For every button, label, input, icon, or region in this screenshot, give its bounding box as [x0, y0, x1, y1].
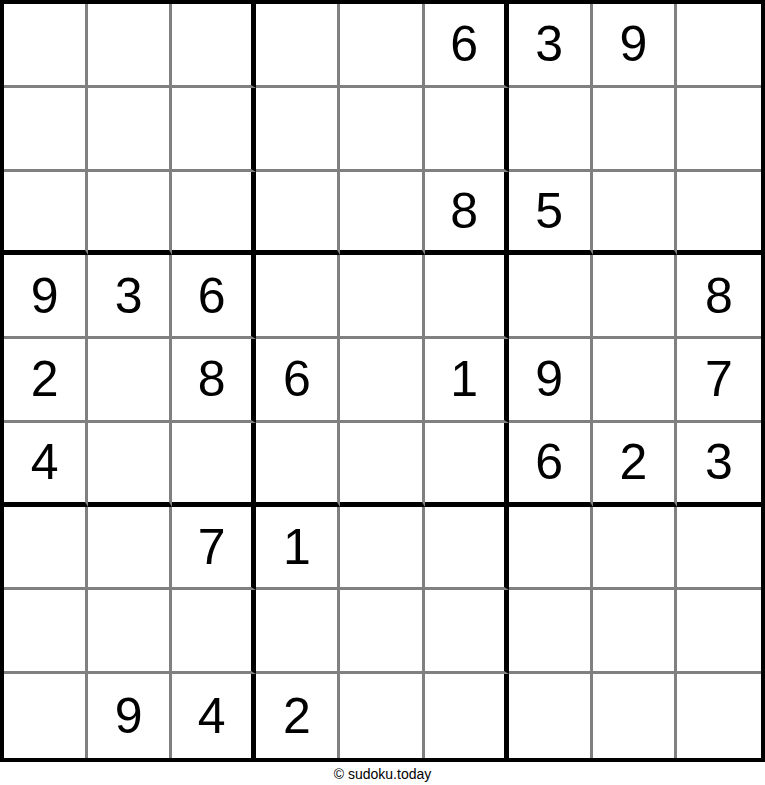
- cell-r5c8[interactable]: [593, 339, 677, 423]
- cell-r7c8[interactable]: [593, 507, 677, 591]
- copyright-text: © sudoku.today: [334, 766, 432, 782]
- cell-r1c5[interactable]: [340, 4, 424, 88]
- cell-r3c5[interactable]: [340, 172, 424, 256]
- cell-r3c4[interactable]: [256, 172, 340, 256]
- cell-r8c2[interactable]: [88, 590, 172, 674]
- footer: © sudoku.today: [0, 762, 765, 785]
- cell-r6c2[interactable]: [88, 423, 172, 507]
- cell-r8c4[interactable]: [256, 590, 340, 674]
- cell-r4c7[interactable]: [509, 255, 593, 339]
- cell-r7c9[interactable]: [677, 507, 761, 591]
- cell-r1c6[interactable]: 6: [425, 4, 509, 88]
- cell-r6c6[interactable]: [425, 423, 509, 507]
- cell-r3c7[interactable]: 5: [509, 172, 593, 256]
- cell-r7c6[interactable]: [425, 507, 509, 591]
- cell-r5c7[interactable]: 9: [509, 339, 593, 423]
- cell-r5c5[interactable]: [340, 339, 424, 423]
- cell-r1c7[interactable]: 3: [509, 4, 593, 88]
- cell-r8c1[interactable]: [4, 590, 88, 674]
- cell-r3c8[interactable]: [593, 172, 677, 256]
- cell-r3c1[interactable]: [4, 172, 88, 256]
- cell-r6c4[interactable]: [256, 423, 340, 507]
- cell-r9c6[interactable]: [425, 674, 509, 758]
- sudoku-page: 639859368286197462371942 © sudoku.today: [0, 0, 765, 785]
- cell-r2c6[interactable]: [425, 88, 509, 172]
- cell-r3c2[interactable]: [88, 172, 172, 256]
- cell-r5c4[interactable]: 6: [256, 339, 340, 423]
- cell-r6c9[interactable]: 3: [677, 423, 761, 507]
- cell-r2c1[interactable]: [4, 88, 88, 172]
- cell-r8c8[interactable]: [593, 590, 677, 674]
- cell-r7c5[interactable]: [340, 507, 424, 591]
- cell-r9c3[interactable]: 4: [172, 674, 256, 758]
- cell-r3c6[interactable]: 8: [425, 172, 509, 256]
- cell-r9c1[interactable]: [4, 674, 88, 758]
- cell-r4c3[interactable]: 6: [172, 255, 256, 339]
- cell-r6c5[interactable]: [340, 423, 424, 507]
- cell-r7c4[interactable]: 1: [256, 507, 340, 591]
- cell-r6c3[interactable]: [172, 423, 256, 507]
- cell-r1c2[interactable]: [88, 4, 172, 88]
- cell-r5c6[interactable]: 1: [425, 339, 509, 423]
- cell-r9c7[interactable]: [509, 674, 593, 758]
- cell-r7c1[interactable]: [4, 507, 88, 591]
- cell-r8c6[interactable]: [425, 590, 509, 674]
- cell-r4c8[interactable]: [593, 255, 677, 339]
- cell-r2c8[interactable]: [593, 88, 677, 172]
- cell-r9c5[interactable]: [340, 674, 424, 758]
- cell-r4c4[interactable]: [256, 255, 340, 339]
- cell-r5c3[interactable]: 8: [172, 339, 256, 423]
- cell-r8c5[interactable]: [340, 590, 424, 674]
- cell-r1c4[interactable]: [256, 4, 340, 88]
- cell-r4c2[interactable]: 3: [88, 255, 172, 339]
- cell-r6c8[interactable]: 2: [593, 423, 677, 507]
- cell-r2c7[interactable]: [509, 88, 593, 172]
- cell-r7c7[interactable]: [509, 507, 593, 591]
- cell-r4c9[interactable]: 8: [677, 255, 761, 339]
- cell-r1c9[interactable]: [677, 4, 761, 88]
- cell-r8c7[interactable]: [509, 590, 593, 674]
- cell-r7c3[interactable]: 7: [172, 507, 256, 591]
- cell-r9c9[interactable]: [677, 674, 761, 758]
- cell-r3c9[interactable]: [677, 172, 761, 256]
- cell-r2c4[interactable]: [256, 88, 340, 172]
- cell-r6c1[interactable]: 4: [4, 423, 88, 507]
- cell-r4c5[interactable]: [340, 255, 424, 339]
- cell-r4c6[interactable]: [425, 255, 509, 339]
- cell-r9c8[interactable]: [593, 674, 677, 758]
- cell-r2c9[interactable]: [677, 88, 761, 172]
- cell-r2c2[interactable]: [88, 88, 172, 172]
- cell-r9c4[interactable]: 2: [256, 674, 340, 758]
- cell-r5c1[interactable]: 2: [4, 339, 88, 423]
- cell-r1c8[interactable]: 9: [593, 4, 677, 88]
- cell-r8c3[interactable]: [172, 590, 256, 674]
- cell-r5c2[interactable]: [88, 339, 172, 423]
- cell-r7c2[interactable]: [88, 507, 172, 591]
- cell-r3c3[interactable]: [172, 172, 256, 256]
- cell-r1c3[interactable]: [172, 4, 256, 88]
- cell-r2c5[interactable]: [340, 88, 424, 172]
- sudoku-board: 639859368286197462371942: [0, 0, 765, 762]
- cell-r6c7[interactable]: 6: [509, 423, 593, 507]
- cell-r5c9[interactable]: 7: [677, 339, 761, 423]
- cell-r2c3[interactable]: [172, 88, 256, 172]
- cell-r4c1[interactable]: 9: [4, 255, 88, 339]
- cell-r1c1[interactable]: [4, 4, 88, 88]
- cell-r8c9[interactable]: [677, 590, 761, 674]
- cell-r9c2[interactable]: 9: [88, 674, 172, 758]
